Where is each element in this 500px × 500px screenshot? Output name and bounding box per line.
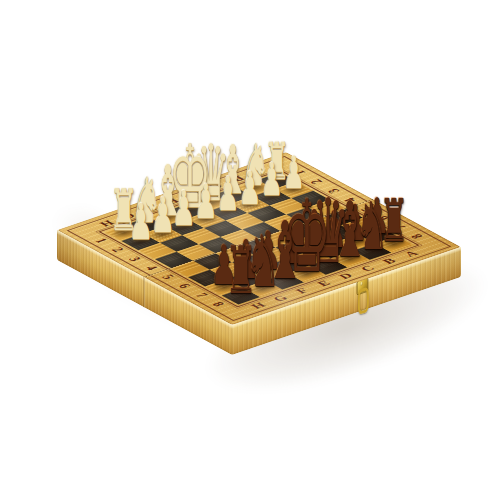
piece-white-pawn-g2: ♟: [151, 191, 175, 240]
piece-white-pawn-f2: ♟: [173, 184, 197, 232]
chess-set-photo: 1234567812345678HGFEDCBAHGFEDCBA ♜♞♟♝♟♛♟…: [0, 0, 500, 500]
piece-white-pawn-h2: ♟: [129, 198, 154, 248]
piece-white-pawn-e2: ♟: [195, 178, 218, 226]
pieces-layer: ♜♞♟♝♟♛♟♚♟♝♟♞♟♜♟♟♟♟♜♟♞♟♝♟♛♟♚♟♝♟♞♜: [0, 0, 500, 500]
piece-white-pawn-d2: ♟: [217, 171, 240, 218]
piece-white-pawn-b2: ♟: [261, 157, 283, 202]
piece-white-pawn-c2: ♟: [239, 164, 262, 210]
piece-black-rook-h8: ♜: [225, 239, 257, 304]
